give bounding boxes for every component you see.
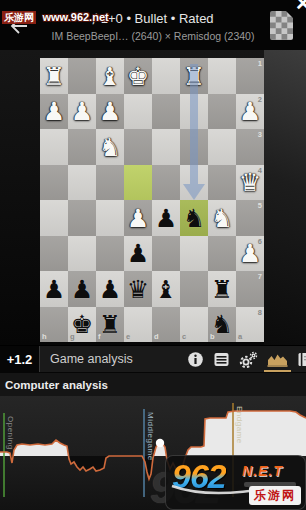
white-king: ♚ [127, 64, 149, 89]
square-h3[interactable] [40, 129, 68, 165]
square-g4[interactable] [68, 165, 96, 201]
file-label: a [238, 332, 242, 341]
square-h1[interactable]: ♜ [40, 58, 68, 94]
square-e4[interactable] [124, 165, 152, 201]
board-page-icon[interactable] [270, 11, 293, 40]
square-g7[interactable]: ♟ [68, 271, 96, 307]
rank-label: 4 [258, 166, 262, 175]
area-chart-icon[interactable] [267, 346, 288, 373]
info-icon[interactable] [187, 346, 204, 373]
square-f3[interactable]: ♞ [96, 129, 124, 165]
chess-board[interactable]: ♜♝♚♜1♟♟♟2♟♞34♛♟♟♞♞5♟6♟♟♟♟♛♝♜7hg♚f♜edcb♞8… [40, 58, 264, 342]
rank-label: 8 [258, 308, 262, 317]
computer-analysis-heading: Computer analysis [0, 372, 306, 396]
players-subtitle: IM BeepBeepI… (2640) × Remisdog (2340) [0, 30, 306, 42]
square-a5[interactable]: 5 [236, 200, 264, 236]
white-pawn: ♟ [127, 206, 149, 231]
square-a1[interactable]: 1 [236, 58, 264, 94]
square-h4[interactable] [40, 165, 68, 201]
square-h2[interactable]: ♟ [40, 94, 68, 130]
square-h6[interactable] [40, 236, 68, 272]
file-label: e [126, 332, 130, 341]
square-h7[interactable]: ♟ [40, 271, 68, 307]
square-a8[interactable]: 8a [236, 307, 264, 343]
square-g8[interactable]: g♚ [68, 307, 96, 343]
rank-label: 3 [258, 130, 262, 139]
black-bishop: ♝ [155, 277, 177, 302]
square-g1[interactable] [68, 58, 96, 94]
watermark-url: www.962.net [42, 11, 108, 23]
black-pawn: ♟ [71, 277, 93, 302]
black-pawn: ♟ [43, 277, 65, 302]
phase-label-opening: Opening [6, 416, 15, 450]
book-icon[interactable] [297, 346, 306, 373]
square-g3[interactable] [68, 129, 96, 165]
square-g2[interactable]: ♟ [68, 94, 96, 130]
toolbar-icons [187, 346, 306, 373]
white-rook: ♜ [183, 64, 205, 89]
square-d7[interactable]: ♝ [152, 271, 180, 307]
white-pawn: ♟ [71, 99, 93, 124]
square-a4[interactable]: 4♛ [236, 165, 264, 201]
square-c6[interactable] [180, 236, 208, 272]
square-h5[interactable] [40, 200, 68, 236]
white-pawn: ♟ [99, 99, 121, 124]
square-a6[interactable]: 6♟ [236, 236, 264, 272]
rank-label: 5 [258, 201, 262, 210]
square-b3[interactable] [208, 129, 236, 165]
square-a2[interactable]: 2♟ [236, 94, 264, 130]
square-d3[interactable] [152, 129, 180, 165]
square-e2[interactable] [124, 94, 152, 130]
square-h8[interactable]: h [40, 307, 68, 343]
eval-badge: +1.2 [0, 346, 40, 372]
black-pawn: ♟ [127, 241, 149, 266]
square-d4[interactable] [152, 165, 180, 201]
rank-label: 2 [258, 95, 262, 104]
square-g5[interactable] [68, 200, 96, 236]
square-f4[interactable] [96, 165, 124, 201]
analysis-toolbar: +1.2 Game analysis [0, 345, 306, 372]
square-f1[interactable]: ♝ [96, 58, 124, 94]
file-label: d [154, 332, 159, 341]
square-a7[interactable]: 7 [236, 271, 264, 307]
square-f6[interactable] [96, 236, 124, 272]
square-e5[interactable]: ♟ [124, 200, 152, 236]
black-pawn: ♟ [155, 206, 177, 231]
square-d1[interactable] [152, 58, 180, 94]
file-label: g [70, 332, 75, 341]
white-pawn: ♟ [43, 99, 65, 124]
square-b8[interactable]: b♞ [208, 307, 236, 343]
square-b5[interactable]: ♞ [208, 200, 236, 236]
square-c4[interactable] [180, 165, 208, 201]
square-b2[interactable] [208, 94, 236, 130]
square-c1[interactable]: ♜ [180, 58, 208, 94]
square-g6[interactable] [68, 236, 96, 272]
square-c7[interactable] [180, 271, 208, 307]
black-rook: ♜ [211, 277, 233, 302]
black-queen: ♛ [127, 277, 149, 302]
square-d5[interactable]: ♟ [152, 200, 180, 236]
white-knight: ♞ [211, 206, 233, 231]
rank-label: 1 [258, 59, 262, 68]
square-d6[interactable] [152, 236, 180, 272]
square-f7[interactable]: ♟ [96, 271, 124, 307]
page-title: 1+0 • Bullet • Rated [101, 11, 214, 26]
square-e6[interactable]: ♟ [124, 236, 152, 272]
watermark-top: 乐游网 www.962.net [2, 7, 109, 25]
move-list-icon[interactable] [213, 346, 230, 373]
black-pawn: ♟ [99, 277, 121, 302]
phase-label-middlegame: Middlegame [146, 412, 155, 461]
rank-label: 6 [258, 237, 262, 246]
white-knight: ♞ [99, 135, 121, 160]
square-f2[interactable]: ♟ [96, 94, 124, 130]
close-icon[interactable]: ✕ [295, 0, 306, 15]
square-d2[interactable] [152, 94, 180, 130]
settings-gears-icon[interactable] [239, 346, 258, 373]
square-d8[interactable]: d [152, 307, 180, 343]
white-rook: ♜ [43, 64, 65, 89]
square-c2[interactable] [180, 94, 208, 130]
square-f5[interactable] [96, 200, 124, 236]
square-e7[interactable]: ♛ [124, 271, 152, 307]
square-c8[interactable]: c [180, 307, 208, 343]
file-label: c [182, 332, 186, 341]
watermark-site-name: 乐游网 [2, 11, 36, 24]
file-label: h [42, 332, 47, 341]
square-e1[interactable]: ♚ [124, 58, 152, 94]
square-c5[interactable]: ♞ [180, 200, 208, 236]
file-label: b [210, 332, 215, 341]
square-b4[interactable] [208, 165, 236, 201]
square-e3[interactable] [124, 129, 152, 165]
square-c3[interactable] [180, 129, 208, 165]
analysis-title: Game analysis [50, 352, 133, 366]
white-bishop: ♝ [99, 64, 121, 89]
app-screen: ∕1+0 • Bullet • Rated IM BeepBeepI… (264… [0, 0, 306, 510]
square-b7[interactable]: ♜ [208, 271, 236, 307]
black-knight: ♞ [183, 206, 205, 231]
rank-label: 7 [258, 272, 262, 281]
square-b6[interactable] [208, 236, 236, 272]
watermark-logo-box: 962 N.E.T 乐游网 [165, 455, 306, 510]
square-b1[interactable] [208, 58, 236, 94]
square-a3[interactable]: 3 [236, 129, 264, 165]
square-e8[interactable]: e [124, 307, 152, 343]
watermark-site-badge: 乐游网 [249, 486, 301, 505]
phase-label-endgame: Endgame [235, 406, 244, 444]
square-f8[interactable]: f♜ [96, 307, 124, 343]
black-rook: ♜ [99, 312, 121, 337]
file-label: f [98, 332, 101, 341]
board-margin-sheen [264, 50, 306, 345]
watermark-logo-suffix: N.E.T [242, 463, 283, 479]
